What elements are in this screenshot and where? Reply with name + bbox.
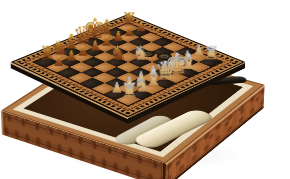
pawn-glyph: ♟ xyxy=(65,49,78,63)
square-g3 xyxy=(163,52,186,62)
brass-bishop: ♝ xyxy=(59,30,85,53)
square-d6 xyxy=(93,52,116,62)
brass-queen: ♛ xyxy=(71,21,96,47)
silver-knight: ♞ xyxy=(128,41,154,63)
queen-glyph: ♛ xyxy=(73,23,95,48)
brass-knight: ♞ xyxy=(105,41,131,63)
pawn-glyph: ♟ xyxy=(193,44,205,58)
square-h2 xyxy=(186,52,209,62)
rook-glyph: ♜ xyxy=(203,44,220,63)
king-glyph: ♚ xyxy=(83,15,107,42)
dice-checker-1 xyxy=(138,50,158,59)
square-f5 xyxy=(128,47,151,57)
square-h6 xyxy=(139,33,162,43)
square-d8 xyxy=(71,42,94,52)
brass-pawn: ♟ xyxy=(94,33,119,48)
square-e8 xyxy=(83,37,106,47)
square-f6 xyxy=(117,42,140,52)
square-f8 xyxy=(94,33,117,43)
square-c8 xyxy=(59,47,82,57)
rook-glyph: ♜ xyxy=(39,44,56,63)
square-h5 xyxy=(151,37,174,47)
square-e6 xyxy=(105,47,128,57)
square-e5 xyxy=(116,52,139,62)
brass-knight: ♞ xyxy=(47,36,73,58)
pawn-glyph: ♟ xyxy=(123,24,135,38)
brass-pawn: ♟ xyxy=(70,43,96,58)
brass-pawn: ♟ xyxy=(82,38,108,53)
square-h8 xyxy=(117,23,139,32)
square-h4 xyxy=(162,42,185,52)
brass-bishop: ♝ xyxy=(94,16,119,38)
dentil-trim-right xyxy=(126,16,239,63)
square-g4 xyxy=(151,47,174,57)
stage-3d: ♜♞♝♛♚♝♜♟♟♟♟♟♟♟♟♞♞♟♟♟♟♟♟♟♟♜♞♝♛♚♝♜ xyxy=(0,0,290,179)
dice-checker-2 xyxy=(155,52,174,60)
pawn-glyph: ♟ xyxy=(135,20,147,33)
square-d7 xyxy=(82,47,105,57)
square-c7 xyxy=(70,52,93,62)
square-g6 xyxy=(128,37,151,47)
bishop-glyph: ♝ xyxy=(63,32,82,53)
silver-rook: ♜ xyxy=(198,42,224,63)
brass-king: ♚ xyxy=(83,13,108,42)
silver-pawn: ♟ xyxy=(175,48,201,63)
chess-set-photo: ♜♞♝♛♚♝♜♟♟♟♟♟♟♟♟♞♞♟♟♟♟♟♟♟♟♜♞♝♛♚♝♜ xyxy=(0,0,290,179)
knight-glyph: ♞ xyxy=(51,38,69,58)
brass-pawn: ♟ xyxy=(117,23,142,38)
pawn-glyph: ♟ xyxy=(182,49,195,63)
square-h7 xyxy=(128,28,150,37)
pawn-glyph: ♟ xyxy=(112,29,124,43)
square-b8 xyxy=(47,52,70,62)
square-f7 xyxy=(105,37,128,47)
knight-glyph: ♞ xyxy=(109,43,127,63)
pawn-glyph: ♟ xyxy=(89,39,101,53)
pawn-glyph: ♟ xyxy=(100,34,112,48)
bishop-glyph: ♝ xyxy=(98,18,116,38)
square-g7 xyxy=(117,33,140,43)
brass-rook: ♜ xyxy=(35,42,61,63)
knight-glyph: ♞ xyxy=(132,43,150,63)
square-g8 xyxy=(106,28,128,37)
square-f4 xyxy=(140,52,163,62)
brass-pawn: ♟ xyxy=(58,48,84,63)
pawn-glyph: ♟ xyxy=(77,44,89,58)
silver-pawn: ♟ xyxy=(186,43,212,58)
rook-glyph: ♜ xyxy=(121,10,137,28)
square-e7 xyxy=(94,42,117,52)
brass-rook: ♜ xyxy=(117,8,142,28)
square-h3 xyxy=(174,47,197,57)
chess-board: ♜♞♝♛♚♝♜♟♟♟♟♟♟♟♟♞♞♟♟♟♟♟♟♟♟♜♞♝♛♚♝♜ xyxy=(11,14,246,117)
dentil-trim-top xyxy=(17,16,130,63)
brass-pawn: ♟ xyxy=(105,28,130,43)
brass-pawn: ♟ xyxy=(128,19,153,33)
square-g5 xyxy=(139,42,162,52)
